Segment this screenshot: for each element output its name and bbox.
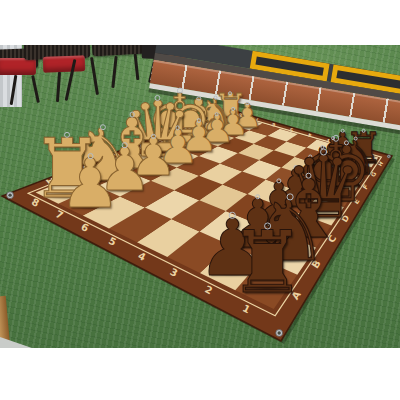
screenshot: AABBCCDDEEFFGGHH1122334455667788 ♜♟♞♟♝♟♚…	[0, 0, 400, 400]
grommet-hole-bottom	[277, 331, 280, 334]
grommet-hole-left	[8, 193, 11, 196]
letterbox-bottom	[0, 348, 400, 400]
grommet-hole-right	[388, 155, 390, 157]
grommet-hole-top	[227, 109, 229, 111]
chess-board: AABBCCDDEEFFGGHH1122334455667788	[0, 0, 400, 400]
letterbox-top	[0, 0, 400, 45]
